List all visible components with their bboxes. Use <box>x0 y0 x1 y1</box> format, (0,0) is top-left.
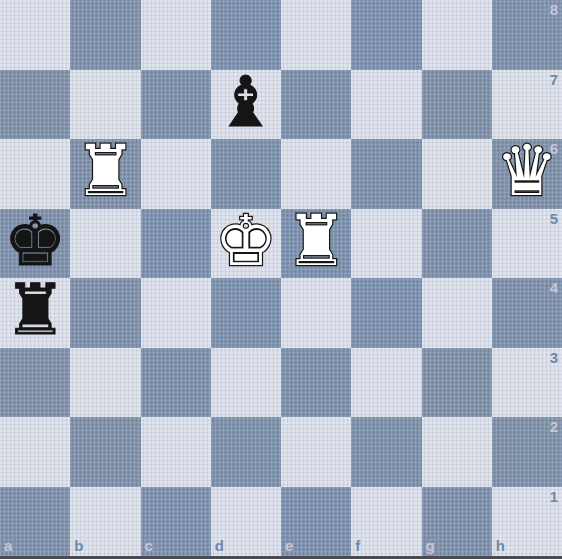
rank-label-5: 5 <box>550 211 558 226</box>
square-f7[interactable] <box>351 70 421 140</box>
square-h8[interactable]: 8 <box>492 0 562 70</box>
square-a6[interactable] <box>0 139 70 209</box>
file-label-d: d <box>215 538 224 553</box>
square-c1[interactable]: c <box>141 487 211 557</box>
square-c5[interactable] <box>141 209 211 279</box>
black-rook-a4[interactable]: ♜ <box>4 276 67 345</box>
square-d8[interactable] <box>211 0 281 70</box>
square-a8[interactable] <box>0 0 70 70</box>
square-h5[interactable]: 5 <box>492 209 562 279</box>
white-king-d5[interactable]: ♚ <box>214 207 277 276</box>
square-b7[interactable] <box>70 70 140 140</box>
square-d5[interactable]: ♚ <box>211 209 281 279</box>
square-h6[interactable]: 6♛ <box>492 139 562 209</box>
square-f1[interactable]: f <box>351 487 421 557</box>
square-a1[interactable]: a <box>0 487 70 557</box>
file-label-a: a <box>4 538 12 553</box>
square-c3[interactable] <box>141 348 211 418</box>
square-b3[interactable] <box>70 348 140 418</box>
square-d3[interactable] <box>211 348 281 418</box>
file-label-e: e <box>285 538 293 553</box>
square-g6[interactable] <box>422 139 492 209</box>
square-d6[interactable] <box>211 139 281 209</box>
square-h7[interactable]: 7 <box>492 70 562 140</box>
square-b8[interactable] <box>70 0 140 70</box>
black-bishop-d7[interactable]: ♝ <box>214 68 277 137</box>
square-c6[interactable] <box>141 139 211 209</box>
white-rook-b6[interactable]: ♜ <box>74 137 137 206</box>
square-g8[interactable] <box>422 0 492 70</box>
square-g3[interactable] <box>422 348 492 418</box>
rank-label-1: 1 <box>550 489 558 504</box>
square-e8[interactable] <box>281 0 351 70</box>
square-a2[interactable] <box>0 417 70 487</box>
square-h3[interactable]: 3 <box>492 348 562 418</box>
square-c2[interactable] <box>141 417 211 487</box>
square-b1[interactable]: b <box>70 487 140 557</box>
rank-label-2: 2 <box>550 419 558 434</box>
square-f3[interactable] <box>351 348 421 418</box>
rank-label-7: 7 <box>550 72 558 87</box>
white-queen-h6[interactable]: ♛ <box>495 137 558 206</box>
square-d2[interactable] <box>211 417 281 487</box>
square-a4[interactable]: ♜ <box>0 278 70 348</box>
square-d4[interactable] <box>211 278 281 348</box>
square-g1[interactable]: g <box>422 487 492 557</box>
file-label-c: c <box>145 538 153 553</box>
file-label-b: b <box>74 538 83 553</box>
black-king-a5[interactable]: ♚ <box>4 207 67 276</box>
square-d7[interactable]: ♝ <box>211 70 281 140</box>
square-g5[interactable] <box>422 209 492 279</box>
square-b2[interactable] <box>70 417 140 487</box>
square-e3[interactable] <box>281 348 351 418</box>
square-g7[interactable] <box>422 70 492 140</box>
file-label-g: g <box>426 538 435 553</box>
square-f6[interactable] <box>351 139 421 209</box>
square-d1[interactable]: d <box>211 487 281 557</box>
square-e6[interactable] <box>281 139 351 209</box>
square-h1[interactable]: 1h <box>492 487 562 557</box>
rank-label-8: 8 <box>550 2 558 17</box>
chess-board: 8♝7♜6♛♚♚♜5♜432abcdefg1h <box>0 0 562 556</box>
square-g4[interactable] <box>422 278 492 348</box>
square-b5[interactable] <box>70 209 140 279</box>
white-rook-e5[interactable]: ♜ <box>285 207 348 276</box>
chessboard-stage: 8♝7♜6♛♚♚♜5♜432abcdefg1h <box>0 0 562 559</box>
square-c7[interactable] <box>141 70 211 140</box>
rank-label-3: 3 <box>550 350 558 365</box>
file-label-h: h <box>496 538 505 553</box>
square-h2[interactable]: 2 <box>492 417 562 487</box>
square-f2[interactable] <box>351 417 421 487</box>
square-b4[interactable] <box>70 278 140 348</box>
rank-label-4: 4 <box>550 280 558 295</box>
square-f5[interactable] <box>351 209 421 279</box>
square-f4[interactable] <box>351 278 421 348</box>
square-e5[interactable]: ♜ <box>281 209 351 279</box>
square-a5[interactable]: ♚ <box>0 209 70 279</box>
square-c4[interactable] <box>141 278 211 348</box>
square-e1[interactable]: e <box>281 487 351 557</box>
square-e2[interactable] <box>281 417 351 487</box>
square-a7[interactable] <box>0 70 70 140</box>
square-g2[interactable] <box>422 417 492 487</box>
square-f8[interactable] <box>351 0 421 70</box>
square-b6[interactable]: ♜ <box>70 139 140 209</box>
square-c8[interactable] <box>141 0 211 70</box>
file-label-f: f <box>355 538 360 553</box>
square-a3[interactable] <box>0 348 70 418</box>
square-e7[interactable] <box>281 70 351 140</box>
square-e4[interactable] <box>281 278 351 348</box>
square-h4[interactable]: 4 <box>492 278 562 348</box>
